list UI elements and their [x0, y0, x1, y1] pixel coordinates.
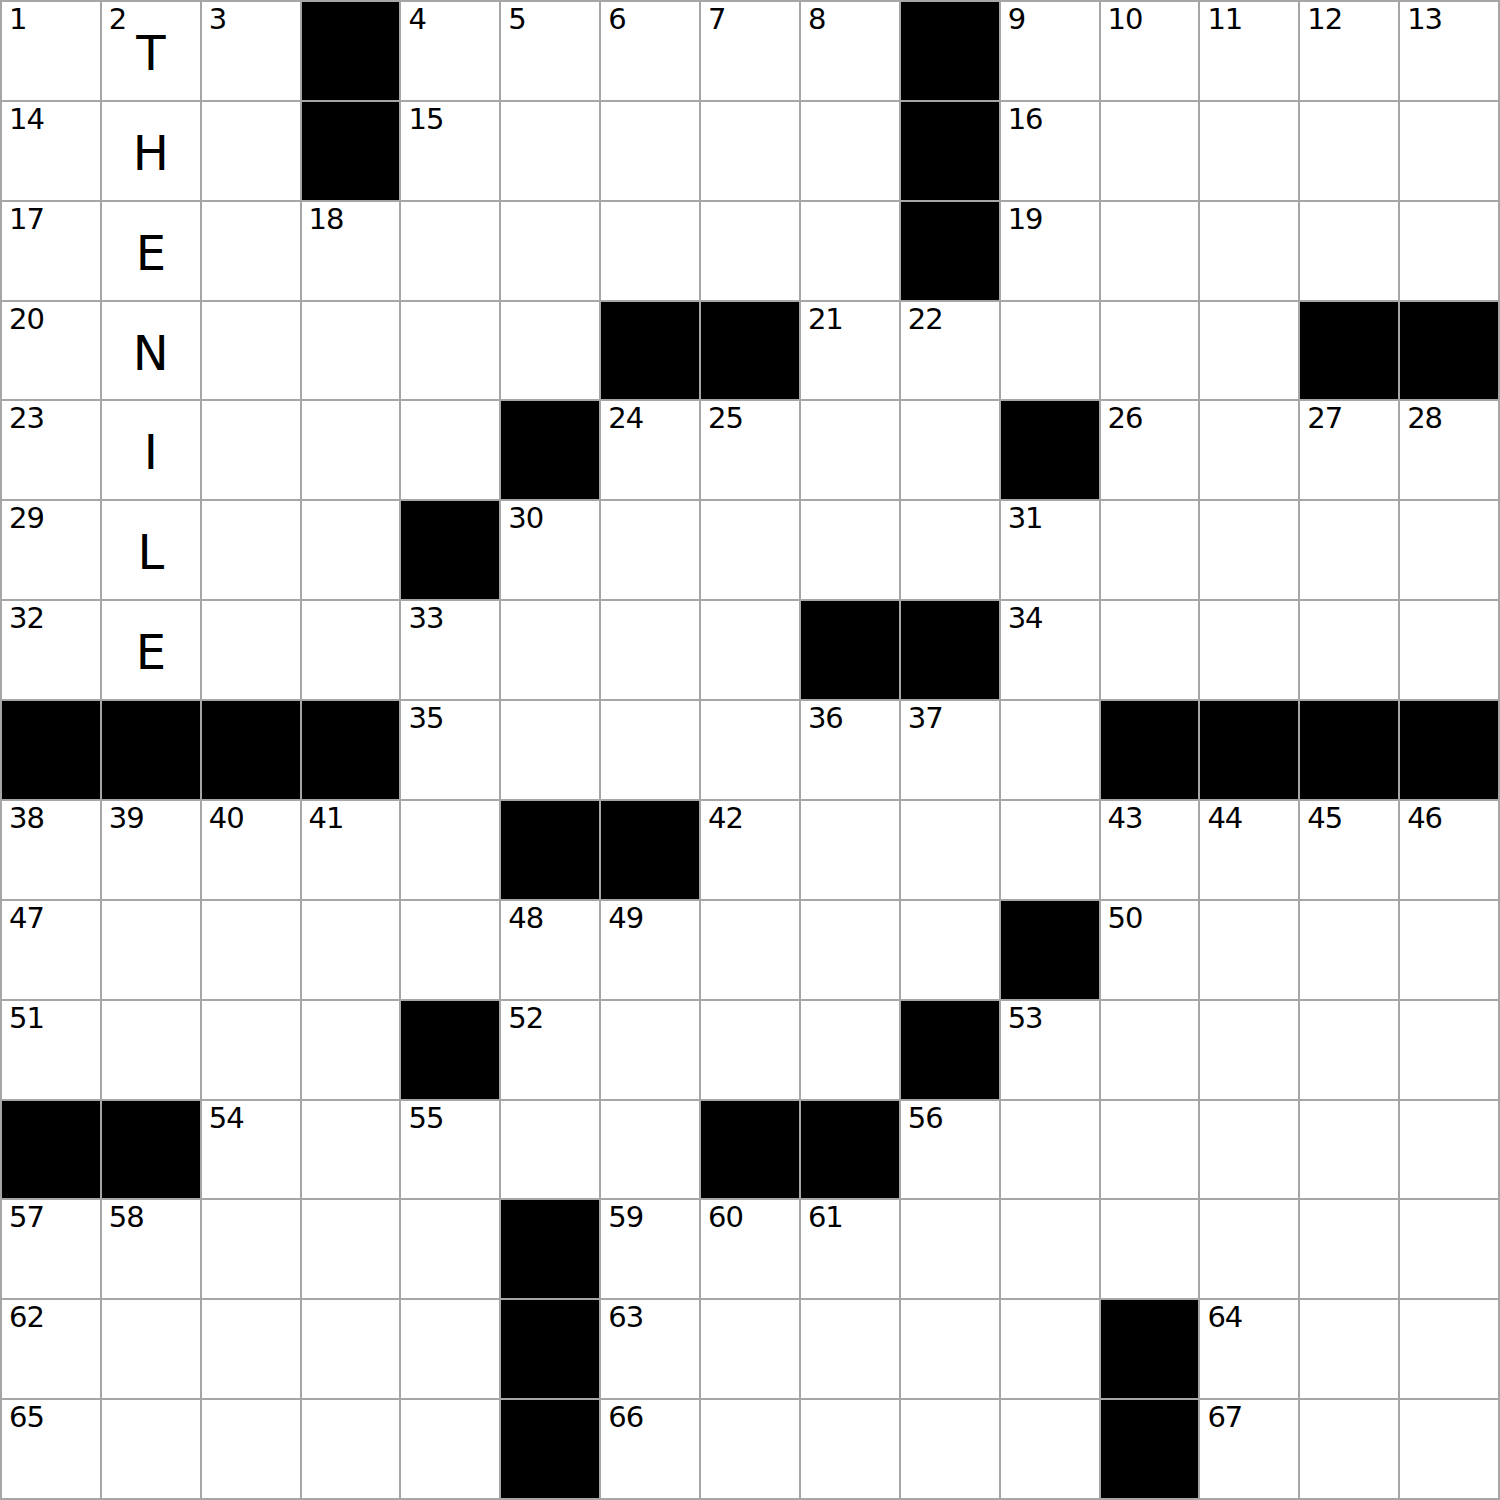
cell-r13c9[interactable]: 61 [801, 1200, 899, 1298]
cell-r9c10[interactable] [901, 801, 999, 899]
cell-r7c1[interactable]: 32 [2, 601, 100, 699]
clue-number: 4 [408, 4, 425, 36]
cell-r4c14 [1300, 302, 1398, 400]
clue-number: 10 [1108, 4, 1143, 36]
cell-r1c10 [901, 2, 999, 100]
cell-r2c14[interactable] [1300, 102, 1398, 200]
cell-r12c10[interactable]: 56 [901, 1101, 999, 1199]
cell-r10c7[interactable]: 49 [601, 901, 699, 999]
clue-number: 57 [9, 1202, 44, 1234]
cell-r8c5[interactable]: 35 [401, 701, 499, 799]
cell-r4c13[interactable] [1200, 302, 1298, 400]
cell-r2c15[interactable] [1400, 102, 1498, 200]
clue-number: 19 [1008, 204, 1043, 236]
cell-r6c14[interactable] [1300, 501, 1398, 599]
cell-r6c9[interactable] [801, 501, 899, 599]
clue-number: 6 [608, 4, 625, 36]
cell-r5c11 [1001, 401, 1099, 499]
cell-r15c14[interactable] [1300, 1400, 1398, 1498]
cell-r9c6 [501, 801, 599, 899]
clue-number: 30 [508, 503, 543, 535]
cell-r10c3[interactable] [202, 901, 300, 999]
cell-r3c3[interactable] [202, 202, 300, 300]
cell-r2c3[interactable] [202, 102, 300, 200]
cell-r12c3[interactable]: 54 [202, 1101, 300, 1199]
clue-number: 25 [708, 403, 743, 435]
cell-r10c11 [1001, 901, 1099, 999]
cell-r11c2[interactable] [102, 1001, 200, 1099]
clue-number: 11 [1207, 4, 1242, 36]
clue-number: 21 [808, 304, 843, 336]
cell-r14c7[interactable]: 63 [601, 1300, 699, 1398]
cell-r8c6[interactable] [501, 701, 599, 799]
cell-r10c14[interactable] [1300, 901, 1398, 999]
cell-r4c11[interactable] [1001, 302, 1099, 400]
cell-r8c7[interactable] [601, 701, 699, 799]
clue-number: 67 [1207, 1402, 1242, 1434]
cell-r2c8[interactable] [701, 102, 799, 200]
cell-r7c14[interactable] [1300, 601, 1398, 699]
cell-r5c4[interactable] [302, 401, 400, 499]
cell-letter: H [102, 102, 200, 200]
cell-r7c10 [901, 601, 999, 699]
cell-r9c4[interactable]: 41 [302, 801, 400, 899]
cell-r13c12[interactable] [1101, 1200, 1199, 1298]
cell-r8c2 [102, 701, 200, 799]
cell-r4c9[interactable]: 21 [801, 302, 899, 400]
cell-r11c14[interactable] [1300, 1001, 1398, 1099]
cell-letter: N [102, 302, 200, 400]
cell-r3c13[interactable] [1200, 202, 1298, 300]
cell-r10c13[interactable] [1200, 901, 1298, 999]
cell-r2c13[interactable] [1200, 102, 1298, 200]
cell-r5c10[interactable] [901, 401, 999, 499]
clue-number: 43 [1108, 803, 1143, 835]
cell-r15c10[interactable] [901, 1400, 999, 1498]
clue-number: 44 [1207, 803, 1242, 835]
cell-r7c12[interactable] [1101, 601, 1199, 699]
clue-number: 5 [508, 4, 525, 36]
cell-r8c13 [1200, 701, 1298, 799]
cell-r7c15[interactable] [1400, 601, 1498, 699]
clue-number: 53 [1008, 1003, 1043, 1035]
clue-number: 31 [1008, 503, 1043, 535]
clue-number: 36 [808, 703, 843, 735]
cell-r2c1[interactable]: 14 [2, 102, 100, 200]
cell-r3c14[interactable] [1300, 202, 1398, 300]
cell-r15c7[interactable]: 66 [601, 1400, 699, 1498]
cell-r11c13[interactable] [1200, 1001, 1298, 1099]
cell-r1c2[interactable]: 2T [102, 2, 200, 100]
cell-r1c13[interactable]: 11 [1200, 2, 1298, 100]
cell-r15c11[interactable] [1001, 1400, 1099, 1498]
clue-number: 46 [1407, 803, 1442, 835]
cell-r1c14[interactable]: 12 [1300, 2, 1398, 100]
cell-r14c8[interactable] [701, 1300, 799, 1398]
cell-r5c9[interactable] [801, 401, 899, 499]
clue-number: 45 [1307, 803, 1342, 835]
cell-r6c6[interactable]: 30 [501, 501, 599, 599]
cell-r6c12[interactable] [1101, 501, 1199, 599]
clue-number: 65 [9, 1402, 44, 1434]
cell-r4c8 [701, 302, 799, 400]
cell-r11c15[interactable] [1400, 1001, 1498, 1099]
clue-number: 38 [9, 803, 44, 835]
clue-number: 61 [808, 1202, 843, 1234]
cell-r14c14[interactable] [1300, 1300, 1398, 1398]
cell-r4c7 [601, 302, 699, 400]
cell-r4c5[interactable] [401, 302, 499, 400]
cell-r14c3[interactable] [202, 1300, 300, 1398]
cell-r14c1[interactable]: 62 [2, 1300, 100, 1398]
cell-r13c14[interactable] [1300, 1200, 1398, 1298]
cell-r13c11[interactable] [1001, 1200, 1099, 1298]
cell-r11c7[interactable] [601, 1001, 699, 1099]
clue-number: 51 [9, 1003, 44, 1035]
cell-r12c14[interactable] [1300, 1101, 1398, 1199]
cell-r1c4 [302, 2, 400, 100]
cell-r1c8[interactable]: 7 [701, 2, 799, 100]
cell-r1c1[interactable]: 1 [2, 2, 100, 100]
cell-r3c6[interactable] [501, 202, 599, 300]
cell-r6c2[interactable]: L [102, 501, 200, 599]
cell-r2c7[interactable] [601, 102, 699, 200]
cell-r6c13[interactable] [1200, 501, 1298, 599]
cell-r9c12[interactable]: 43 [1101, 801, 1199, 899]
cell-r3c11[interactable]: 19 [1001, 202, 1099, 300]
cell-r15c8[interactable] [701, 1400, 799, 1498]
clue-number: 52 [508, 1003, 543, 1035]
cell-r11c6[interactable]: 52 [501, 1001, 599, 1099]
cell-r9c11[interactable] [1001, 801, 1099, 899]
cell-r11c1[interactable]: 51 [2, 1001, 100, 1099]
cell-r13c1[interactable]: 57 [2, 1200, 100, 1298]
cell-r3c9[interactable] [801, 202, 899, 300]
clue-number: 8 [808, 4, 825, 36]
cell-r12c8 [701, 1101, 799, 1199]
cell-r11c8[interactable] [701, 1001, 799, 1099]
cell-r8c9[interactable]: 36 [801, 701, 899, 799]
cell-r5c1[interactable]: 23 [2, 401, 100, 499]
cell-r2c4 [302, 102, 400, 200]
clue-number: 41 [309, 803, 344, 835]
cell-r9c2[interactable]: 39 [102, 801, 200, 899]
cell-r10c2[interactable] [102, 901, 200, 999]
cell-r4c15 [1400, 302, 1498, 400]
clue-number: 33 [408, 603, 443, 635]
cell-r8c15 [1400, 701, 1498, 799]
clue-number: 12 [1307, 4, 1342, 36]
cell-r9c5[interactable] [401, 801, 499, 899]
cell-r4c6[interactable] [501, 302, 599, 400]
clue-number: 48 [508, 903, 543, 935]
cell-r2c5[interactable]: 15 [401, 102, 499, 200]
cell-r3c8[interactable] [701, 202, 799, 300]
clue-number: 64 [1207, 1302, 1242, 1334]
cell-r11c10 [901, 1001, 999, 1099]
cell-r1c12[interactable]: 10 [1101, 2, 1199, 100]
cell-r8c12 [1101, 701, 1199, 799]
cell-r14c12 [1101, 1300, 1199, 1398]
clue-number: 60 [708, 1202, 743, 1234]
cell-r10c15[interactable] [1400, 901, 1498, 999]
clue-number: 49 [608, 903, 643, 935]
cell-r4c4[interactable] [302, 302, 400, 400]
cell-r11c5 [401, 1001, 499, 1099]
cell-r14c4[interactable] [302, 1300, 400, 1398]
cell-r15c13[interactable]: 67 [1200, 1400, 1298, 1498]
cell-r2c6[interactable] [501, 102, 599, 200]
clue-number: 15 [408, 104, 443, 136]
cell-r1c11[interactable]: 9 [1001, 2, 1099, 100]
cell-r2c12[interactable] [1101, 102, 1199, 200]
clue-number: 16 [1008, 104, 1043, 136]
clue-number: 39 [109, 803, 144, 835]
clue-number: 59 [608, 1202, 643, 1234]
cell-r7c6[interactable] [501, 601, 599, 699]
cell-r3c1[interactable]: 17 [2, 202, 100, 300]
clue-number: 42 [708, 803, 743, 835]
cell-r3c15[interactable] [1400, 202, 1498, 300]
cell-r7c4[interactable] [302, 601, 400, 699]
cell-r13c4[interactable] [302, 1200, 400, 1298]
cell-r10c8[interactable] [701, 901, 799, 999]
cell-r12c15[interactable] [1400, 1101, 1498, 1199]
cell-r5c2[interactable]: I [102, 401, 200, 499]
cell-r6c4[interactable] [302, 501, 400, 599]
cell-r10c10[interactable] [901, 901, 999, 999]
cell-r13c15[interactable] [1400, 1200, 1498, 1298]
cell-r3c5[interactable] [401, 202, 499, 300]
cell-r15c1[interactable]: 65 [2, 1400, 100, 1498]
cell-r1c3[interactable]: 3 [202, 2, 300, 100]
cell-r13c7[interactable]: 59 [601, 1200, 699, 1298]
clue-number: 28 [1407, 403, 1442, 435]
cell-r1c6[interactable]: 5 [501, 2, 599, 100]
cell-r6c11[interactable]: 31 [1001, 501, 1099, 599]
cell-r2c11[interactable]: 16 [1001, 102, 1099, 200]
crossword-board: 12T34567891011121314H151617E181920N21222… [0, 0, 1500, 1500]
cell-r3c10 [901, 202, 999, 300]
cell-r9c7 [601, 801, 699, 899]
cell-r7c2[interactable]: E [102, 601, 200, 699]
cell-r12c11[interactable] [1001, 1101, 1099, 1199]
clue-number: 58 [109, 1202, 144, 1234]
cell-r14c11[interactable] [1001, 1300, 1099, 1398]
cell-r5c3[interactable] [202, 401, 300, 499]
cell-r9c9[interactable] [801, 801, 899, 899]
cell-r15c4[interactable] [302, 1400, 400, 1498]
cell-r10c6[interactable]: 48 [501, 901, 599, 999]
cell-r4c1[interactable]: 20 [2, 302, 100, 400]
cell-r7c9 [801, 601, 899, 699]
cell-r15c9[interactable] [801, 1400, 899, 1498]
clue-number: 50 [1108, 903, 1143, 935]
cell-r10c5[interactable] [401, 901, 499, 999]
clue-number: 23 [9, 403, 44, 435]
clue-number: 7 [708, 4, 725, 36]
cell-r2c2[interactable]: H [102, 102, 200, 200]
cell-r15c3[interactable] [202, 1400, 300, 1498]
cell-r14c6 [501, 1300, 599, 1398]
cell-r1c15[interactable]: 13 [1400, 2, 1498, 100]
cell-r12c13[interactable] [1200, 1101, 1298, 1199]
clue-number: 18 [309, 204, 344, 236]
cell-r7c3[interactable] [202, 601, 300, 699]
clue-number: 40 [209, 803, 244, 835]
clue-number: 34 [1008, 603, 1043, 635]
cell-r10c12[interactable]: 50 [1101, 901, 1199, 999]
cell-r5c5[interactable] [401, 401, 499, 499]
clue-number: 26 [1108, 403, 1143, 435]
cell-r14c2[interactable] [102, 1300, 200, 1398]
cell-r1c5[interactable]: 4 [401, 2, 499, 100]
clue-number: 62 [9, 1302, 44, 1334]
cell-r11c11[interactable]: 53 [1001, 1001, 1099, 1099]
clue-number: 63 [608, 1302, 643, 1334]
cell-r6c1[interactable]: 29 [2, 501, 100, 599]
cell-r9c13[interactable]: 44 [1200, 801, 1298, 899]
cell-r8c14 [1300, 701, 1398, 799]
cell-letter: I [102, 401, 200, 499]
cell-r15c2[interactable] [102, 1400, 200, 1498]
cell-letter: E [102, 202, 200, 300]
cell-r14c5[interactable] [401, 1300, 499, 1398]
cell-r15c5[interactable] [401, 1400, 499, 1498]
cell-r6c7[interactable] [601, 501, 699, 599]
cell-r6c15[interactable] [1400, 501, 1498, 599]
cell-r4c3[interactable] [202, 302, 300, 400]
cell-r14c10[interactable] [901, 1300, 999, 1398]
cell-r13c10[interactable] [901, 1200, 999, 1298]
cell-r12c2 [102, 1101, 200, 1199]
cell-r6c8[interactable] [701, 501, 799, 599]
cell-r5c6 [501, 401, 599, 499]
cell-r9c8[interactable]: 42 [701, 801, 799, 899]
cell-r12c6[interactable] [501, 1101, 599, 1199]
cell-r9c3[interactable]: 40 [202, 801, 300, 899]
clue-number: 32 [9, 603, 44, 635]
cell-r3c4[interactable]: 18 [302, 202, 400, 300]
cell-r3c2[interactable]: E [102, 202, 200, 300]
cell-r12c12[interactable] [1101, 1101, 1199, 1199]
cell-r5c15[interactable]: 28 [1400, 401, 1498, 499]
cell-r13c3[interactable] [202, 1200, 300, 1298]
clue-number: 56 [908, 1103, 943, 1135]
cell-r15c12 [1101, 1400, 1199, 1498]
cell-r9c14[interactable]: 45 [1300, 801, 1398, 899]
cell-r12c7[interactable] [601, 1101, 699, 1199]
clue-number: 37 [908, 703, 943, 735]
clue-number: 27 [1307, 403, 1342, 435]
cell-r2c10 [901, 102, 999, 200]
cell-r11c9[interactable] [801, 1001, 899, 1099]
cell-r6c5 [401, 501, 499, 599]
clue-number: 13 [1407, 4, 1442, 36]
cell-r13c5[interactable] [401, 1200, 499, 1298]
cell-letter: T [102, 2, 200, 100]
cell-letter: L [102, 501, 200, 599]
cell-r3c12[interactable] [1101, 202, 1199, 300]
clue-number: 29 [9, 503, 44, 535]
cell-r12c9 [801, 1101, 899, 1199]
cell-r6c3[interactable] [202, 501, 300, 599]
cell-r9c15[interactable]: 46 [1400, 801, 1498, 899]
cell-letter: E [102, 601, 200, 699]
clue-number: 20 [9, 304, 44, 336]
clue-number: 17 [9, 204, 44, 236]
cell-r14c13[interactable]: 64 [1200, 1300, 1298, 1398]
clue-number: 54 [209, 1103, 244, 1135]
cell-r7c13[interactable] [1200, 601, 1298, 699]
cell-r4c10[interactable]: 22 [901, 302, 999, 400]
clue-number: 55 [408, 1103, 443, 1135]
cell-r12c5[interactable]: 55 [401, 1101, 499, 1199]
clue-number: 66 [608, 1402, 643, 1434]
cell-r9c1[interactable]: 38 [2, 801, 100, 899]
cell-r1c7[interactable]: 6 [601, 2, 699, 100]
cell-r5c13[interactable] [1200, 401, 1298, 499]
cell-r11c12[interactable] [1101, 1001, 1199, 1099]
cell-r5c14[interactable]: 27 [1300, 401, 1398, 499]
cell-r7c7[interactable] [601, 601, 699, 699]
clue-number: 22 [908, 304, 943, 336]
cell-r1c9[interactable]: 8 [801, 2, 899, 100]
cell-r12c4[interactable] [302, 1101, 400, 1199]
cell-r3c7[interactable] [601, 202, 699, 300]
cell-r13c2[interactable]: 58 [102, 1200, 200, 1298]
cell-r7c8[interactable] [701, 601, 799, 699]
cell-r13c8[interactable]: 60 [701, 1200, 799, 1298]
cell-r12c1 [2, 1101, 100, 1199]
cell-r8c1 [2, 701, 100, 799]
cell-r14c9[interactable] [801, 1300, 899, 1398]
cell-r8c10[interactable]: 37 [901, 701, 999, 799]
clue-number: 3 [209, 4, 226, 36]
cell-r14c15[interactable] [1400, 1300, 1498, 1398]
clue-number: 35 [408, 703, 443, 735]
cell-r8c11[interactable] [1001, 701, 1099, 799]
cell-r11c3[interactable] [202, 1001, 300, 1099]
cell-r7c5[interactable]: 33 [401, 601, 499, 699]
cell-r10c9[interactable] [801, 901, 899, 999]
cell-r8c3 [202, 701, 300, 799]
cell-r15c15[interactable] [1400, 1400, 1498, 1498]
cell-r5c8[interactable]: 25 [701, 401, 799, 499]
cell-r6c10[interactable] [901, 501, 999, 599]
cell-r7c11[interactable]: 34 [1001, 601, 1099, 699]
clue-number: 9 [1008, 4, 1025, 36]
cell-r10c1[interactable]: 47 [2, 901, 100, 999]
clue-number: 47 [9, 903, 44, 935]
cell-r2c9[interactable] [801, 102, 899, 200]
cell-r8c8[interactable] [701, 701, 799, 799]
cell-r15c6 [501, 1400, 599, 1498]
cell-r11c4[interactable] [302, 1001, 400, 1099]
cell-r13c13[interactable] [1200, 1200, 1298, 1298]
cell-r13c6 [501, 1200, 599, 1298]
cell-r5c7[interactable]: 24 [601, 401, 699, 499]
cell-r4c2[interactable]: N [102, 302, 200, 400]
clue-number: 14 [9, 104, 44, 136]
cell-r5c12[interactable]: 26 [1101, 401, 1199, 499]
cell-r4c12[interactable] [1101, 302, 1199, 400]
cell-r8c4 [302, 701, 400, 799]
clue-number: 24 [608, 403, 643, 435]
cell-r10c4[interactable] [302, 901, 400, 999]
clue-number: 1 [9, 4, 26, 36]
